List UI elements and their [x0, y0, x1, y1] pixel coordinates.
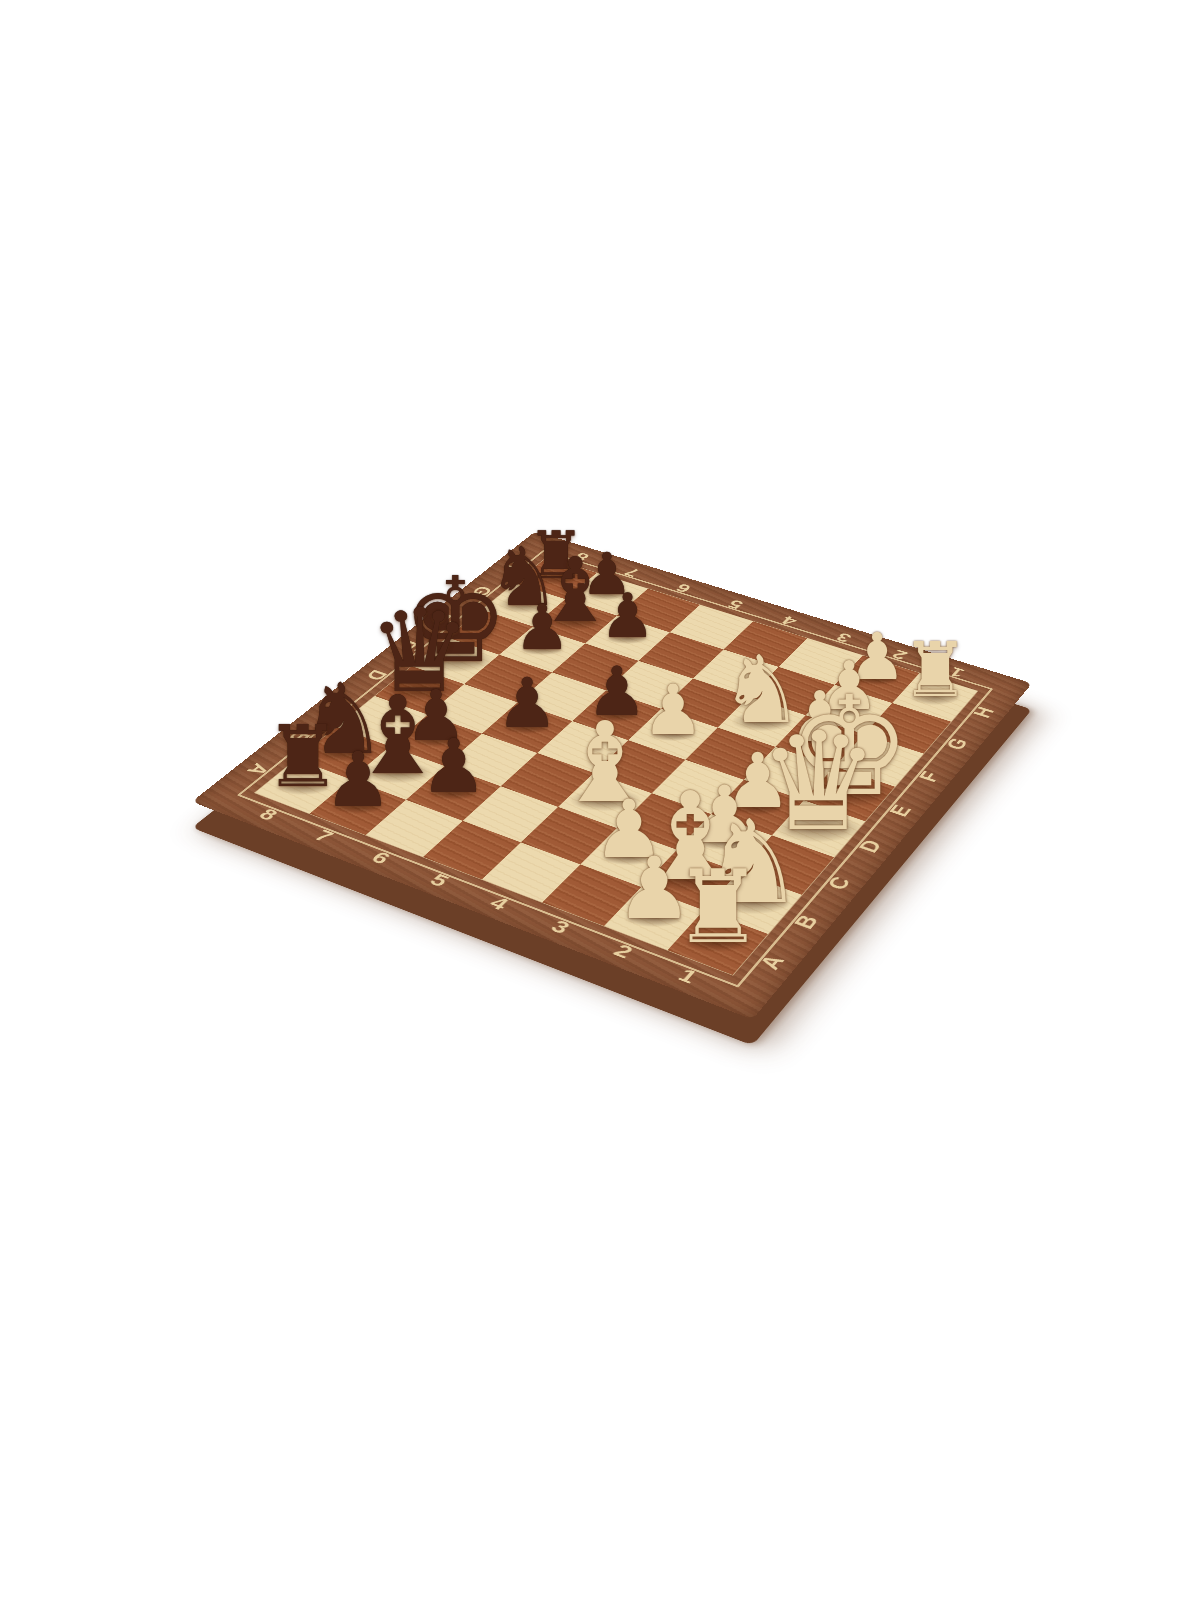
file-label-near-h: H: [967, 704, 999, 720]
rank-label-left-6: 6: [366, 848, 396, 868]
rank-label-right-4: 4: [778, 613, 801, 628]
file-label-far-e: E: [398, 639, 429, 653]
rank-label-right-5: 5: [724, 597, 747, 612]
file-label-near-f: F: [913, 768, 945, 784]
file-label-far-d: D: [361, 667, 393, 683]
file-label-far-a: A: [242, 761, 276, 779]
file-label-far-c: C: [323, 697, 356, 713]
product-photo: AABBCCDDEEFFGGHH1122334455667788 ♜♟♞♝♟♟♚…: [0, 0, 1200, 1600]
file-label-near-g: G: [940, 735, 974, 753]
file-label-near-b: B: [788, 912, 825, 933]
rank-label-left-1: 1: [673, 964, 702, 987]
rank-label-left-2: 2: [609, 940, 638, 962]
rank-label-left-7: 7: [309, 826, 339, 846]
file-label-far-g: G: [467, 584, 498, 599]
rank-label-right-3: 3: [832, 630, 855, 645]
rank-label-right-1: 1: [945, 664, 968, 680]
file-label-near-e: E: [883, 802, 917, 820]
board-grid: [255, 557, 977, 975]
rank-label-left-5: 5: [424, 870, 454, 891]
rank-label-left-3: 3: [546, 916, 576, 938]
rank-label-left-8: 8: [254, 805, 284, 824]
file-label-far-f: F: [434, 611, 463, 624]
chessboard: AABBCCDDEEFFGGHH1122334455667788: [192, 531, 1032, 1019]
file-label-far-b: B: [283, 728, 316, 745]
rank-label-right-6: 6: [672, 581, 695, 596]
rank-label-left-4: 4: [484, 893, 514, 914]
file-label-near-a: A: [753, 951, 791, 973]
file-label-near-d: D: [853, 837, 888, 856]
rank-label-right-2: 2: [888, 647, 911, 663]
file-label-near-c: C: [821, 873, 857, 893]
rank-label-right-8: 8: [570, 550, 593, 564]
file-label-far-h: H: [500, 558, 530, 572]
rank-label-right-7: 7: [620, 565, 643, 579]
